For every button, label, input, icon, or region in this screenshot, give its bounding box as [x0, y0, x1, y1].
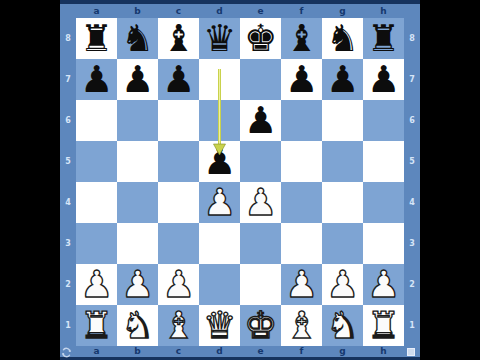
piece-black-rook: ♜ — [80, 18, 113, 59]
video-frame: abcdefgh abcdefgh 87654321 87654321 ♜♞♝♛… — [0, 0, 480, 360]
square-f1[interactable]: ♝ — [281, 305, 322, 346]
square-f5[interactable] — [281, 141, 322, 182]
file-label-a: a — [76, 346, 117, 357]
square-e4[interactable]: ♟ — [240, 182, 281, 223]
square-b7[interactable]: ♟ — [117, 59, 158, 100]
square-d6[interactable] — [199, 100, 240, 141]
square-f2[interactable]: ♟ — [281, 264, 322, 305]
piece-white-rook: ♜ — [80, 305, 113, 346]
square-c7[interactable]: ♟ — [158, 59, 199, 100]
square-f8[interactable]: ♝ — [281, 18, 322, 59]
square-e1[interactable]: ♚ — [240, 305, 281, 346]
piece-black-pawn: ♟ — [121, 59, 154, 100]
flip-board-icon[interactable] — [61, 347, 72, 358]
piece-white-pawn: ♟ — [162, 264, 195, 305]
square-d3[interactable] — [199, 223, 240, 264]
piece-white-pawn: ♟ — [285, 264, 318, 305]
chess-board-frame: abcdefgh abcdefgh 87654321 87654321 ♜♞♝♛… — [60, 0, 420, 360]
square-e8[interactable]: ♚ — [240, 18, 281, 59]
square-b6[interactable] — [117, 100, 158, 141]
rank-label-5: 5 — [404, 141, 420, 182]
square-c3[interactable] — [158, 223, 199, 264]
letterbox-right — [420, 0, 480, 360]
file-label-f: f — [281, 346, 322, 357]
piece-black-pawn: ♟ — [203, 141, 236, 182]
piece-black-bishop: ♝ — [162, 18, 195, 59]
piece-black-knight: ♞ — [121, 18, 154, 59]
square-b2[interactable]: ♟ — [117, 264, 158, 305]
piece-white-knight: ♞ — [121, 305, 154, 346]
square-c5[interactable] — [158, 141, 199, 182]
file-label-d: d — [199, 346, 240, 357]
rank-label-6: 6 — [404, 100, 420, 141]
square-g8[interactable]: ♞ — [322, 18, 363, 59]
square-g7[interactable]: ♟ — [322, 59, 363, 100]
square-c8[interactable]: ♝ — [158, 18, 199, 59]
square-g4[interactable] — [322, 182, 363, 223]
piece-black-pawn: ♟ — [162, 59, 195, 100]
square-c4[interactable] — [158, 182, 199, 223]
square-b5[interactable] — [117, 141, 158, 182]
rank-label-6: 6 — [60, 100, 76, 141]
square-c2[interactable]: ♟ — [158, 264, 199, 305]
square-a2[interactable]: ♟ — [76, 264, 117, 305]
square-a4[interactable] — [76, 182, 117, 223]
square-e3[interactable] — [240, 223, 281, 264]
rank-label-8: 8 — [404, 18, 420, 59]
square-g2[interactable]: ♟ — [322, 264, 363, 305]
square-a6[interactable] — [76, 100, 117, 141]
piece-white-knight: ♞ — [326, 305, 359, 346]
square-b8[interactable]: ♞ — [117, 18, 158, 59]
file-label-e: e — [240, 346, 281, 357]
square-f3[interactable] — [281, 223, 322, 264]
square-h7[interactable]: ♟ — [363, 59, 404, 100]
resize-icon[interactable] — [407, 348, 415, 356]
rank-label-4: 4 — [60, 182, 76, 223]
rank-labels-right: 87654321 — [404, 18, 420, 346]
letterbox-left — [0, 0, 60, 360]
square-h6[interactable] — [363, 100, 404, 141]
piece-white-pawn: ♟ — [367, 264, 400, 305]
piece-black-pawn: ♟ — [367, 59, 400, 100]
rank-label-4: 4 — [404, 182, 420, 223]
rank-label-2: 2 — [404, 264, 420, 305]
file-label-e: e — [240, 4, 281, 18]
square-f7[interactable]: ♟ — [281, 59, 322, 100]
file-label-a: a — [76, 4, 117, 18]
piece-white-pawn: ♟ — [326, 264, 359, 305]
piece-white-pawn: ♟ — [244, 182, 277, 223]
square-e2[interactable] — [240, 264, 281, 305]
square-h1[interactable]: ♜ — [363, 305, 404, 346]
square-e7[interactable] — [240, 59, 281, 100]
square-g3[interactable] — [322, 223, 363, 264]
rank-label-7: 7 — [404, 59, 420, 100]
file-labels-bottom: abcdefgh — [76, 346, 404, 357]
square-c6[interactable] — [158, 100, 199, 141]
rank-label-7: 7 — [60, 59, 76, 100]
square-d4[interactable]: ♟ — [199, 182, 240, 223]
piece-black-pawn: ♟ — [244, 100, 277, 141]
rank-label-3: 3 — [60, 223, 76, 264]
rank-label-1: 1 — [60, 305, 76, 346]
square-a5[interactable] — [76, 141, 117, 182]
piece-black-rook: ♜ — [367, 18, 400, 59]
piece-white-rook: ♜ — [367, 305, 400, 346]
square-d2[interactable] — [199, 264, 240, 305]
file-label-f: f — [281, 4, 322, 18]
rank-label-2: 2 — [60, 264, 76, 305]
file-label-g: g — [322, 346, 363, 357]
square-d8[interactable]: ♛ — [199, 18, 240, 59]
rank-labels-left: 87654321 — [60, 18, 76, 346]
file-label-h: h — [363, 346, 404, 357]
square-h8[interactable]: ♜ — [363, 18, 404, 59]
square-f6[interactable] — [281, 100, 322, 141]
piece-white-bishop: ♝ — [162, 305, 195, 346]
square-h3[interactable] — [363, 223, 404, 264]
square-h2[interactable]: ♟ — [363, 264, 404, 305]
file-labels-top: abcdefgh — [76, 4, 404, 18]
file-label-d: d — [199, 4, 240, 18]
rank-label-5: 5 — [60, 141, 76, 182]
piece-white-bishop: ♝ — [285, 305, 318, 346]
file-label-h: h — [363, 4, 404, 18]
file-label-c: c — [158, 346, 199, 357]
file-label-b: b — [117, 346, 158, 357]
square-d5[interactable]: ♟ — [199, 141, 240, 182]
square-b4[interactable] — [117, 182, 158, 223]
piece-black-bishop: ♝ — [285, 18, 318, 59]
piece-black-knight: ♞ — [326, 18, 359, 59]
square-b1[interactable]: ♞ — [117, 305, 158, 346]
rank-label-1: 1 — [404, 305, 420, 346]
square-d7[interactable] — [199, 59, 240, 100]
rank-label-3: 3 — [404, 223, 420, 264]
piece-white-pawn: ♟ — [203, 182, 236, 223]
square-e5[interactable] — [240, 141, 281, 182]
file-label-b: b — [117, 4, 158, 18]
piece-black-pawn: ♟ — [285, 59, 318, 100]
square-e6[interactable]: ♟ — [240, 100, 281, 141]
square-h5[interactable] — [363, 141, 404, 182]
piece-white-queen: ♛ — [203, 305, 236, 346]
square-f4[interactable] — [281, 182, 322, 223]
chess-board[interactable]: ♜♞♝♛♚♝♞♜♟♟♟♟♟♟♟♟♟♟♟♟♟♟♟♟♜♞♝♛♚♝♞♜ — [76, 18, 404, 346]
square-g6[interactable] — [322, 100, 363, 141]
piece-black-pawn: ♟ — [80, 59, 113, 100]
square-g5[interactable] — [322, 141, 363, 182]
square-a1[interactable]: ♜ — [76, 305, 117, 346]
file-label-c: c — [158, 4, 199, 18]
piece-black-king: ♚ — [244, 18, 277, 59]
piece-white-king: ♚ — [244, 305, 277, 346]
rank-label-8: 8 — [60, 18, 76, 59]
file-label-g: g — [322, 4, 363, 18]
square-d1[interactable]: ♛ — [199, 305, 240, 346]
piece-black-pawn: ♟ — [326, 59, 359, 100]
square-a8[interactable]: ♜ — [76, 18, 117, 59]
square-h4[interactable] — [363, 182, 404, 223]
square-b3[interactable] — [117, 223, 158, 264]
square-g1[interactable]: ♞ — [322, 305, 363, 346]
piece-white-pawn: ♟ — [80, 264, 113, 305]
square-a3[interactable] — [76, 223, 117, 264]
square-c1[interactable]: ♝ — [158, 305, 199, 346]
piece-white-pawn: ♟ — [121, 264, 154, 305]
square-a7[interactable]: ♟ — [76, 59, 117, 100]
piece-black-queen: ♛ — [203, 18, 236, 59]
